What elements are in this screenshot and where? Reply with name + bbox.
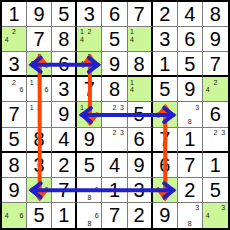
candidate-mark-2: 2	[86, 103, 93, 110]
cell-r5c4[interactable]: 124	[77, 102, 102, 127]
cell-r5c6[interactable]: 5	[128, 102, 153, 127]
candidate-mark-4: 4	[28, 60, 35, 67]
cell-r6c2[interactable]: 8	[27, 128, 52, 153]
cell-r1c4[interactable]: 3	[77, 2, 102, 27]
cell-r8c8[interactable]: 2	[178, 178, 203, 203]
candidate-mark-8: 8	[186, 219, 193, 227]
candidate-grid: 68	[77, 203, 101, 228]
cell-value: 5	[8, 129, 19, 149]
cell-value: 9	[8, 180, 19, 200]
candidate-mark-6: 6	[93, 186, 100, 193]
cell-value: 8	[134, 54, 145, 74]
candidate-mark-2: 2	[111, 129, 118, 136]
candidate-mark-4: 4	[154, 186, 161, 193]
cell-r8c3[interactable]: 7	[52, 178, 77, 203]
cell-value: 3	[159, 29, 170, 49]
cell-value: 6	[134, 129, 145, 149]
cell-r2c1[interactable]: 24	[2, 27, 27, 52]
cell-r1c2[interactable]: 9	[27, 2, 52, 27]
cell-value: 6	[159, 155, 170, 175]
cell-value: 9	[109, 54, 120, 74]
cell-value: 3	[8, 54, 19, 74]
cell-value: 5	[134, 104, 145, 124]
candidate-mark-6: 6	[43, 186, 50, 193]
cell-r6c6[interactable]: 6	[128, 128, 153, 153]
cell-r9c4[interactable]: 68	[77, 203, 102, 228]
cell-r7c8[interactable]: 7	[178, 153, 203, 178]
cell-r2c6[interactable]: 14	[128, 27, 153, 52]
candidate-mark-1: 1	[78, 103, 85, 110]
candidate-grid: 48	[153, 178, 177, 202]
cell-value: 7	[184, 155, 195, 175]
cell-r5c8[interactable]: 38	[178, 102, 203, 127]
cell-r4c4[interactable]: 7	[77, 77, 102, 102]
cell-value: 7	[159, 129, 170, 149]
cell-r9c5[interactable]: 7	[102, 203, 127, 228]
cell-r1c5[interactable]: 6	[102, 2, 127, 27]
cell-r8c5[interactable]: 1	[102, 178, 127, 203]
candidate-mark-8: 8	[161, 194, 168, 201]
candidate-mark-2: 2	[212, 78, 220, 85]
candidate-mark-1: 1	[129, 28, 136, 35]
cell-value: 7	[34, 29, 45, 49]
candidate-grid: 124	[77, 27, 101, 51]
cell-value: 4	[109, 155, 120, 175]
cell-r5c5[interactable]: 23	[102, 102, 127, 127]
cell-r6c5[interactable]: 23	[102, 128, 127, 153]
cell-r2c3[interactable]: 8	[52, 27, 77, 52]
cell-r4c2[interactable]: 126	[27, 77, 52, 102]
cell-value: 3	[58, 79, 69, 99]
candidate-grid: 38	[178, 102, 202, 126]
cell-value: 4	[184, 4, 195, 24]
cell-r9c3[interactable]: 1	[52, 203, 77, 228]
cell-value: 5	[184, 54, 195, 74]
cell-r7c7[interactable]: 6	[153, 153, 178, 178]
cell-r3c9[interactable]: 7	[203, 52, 228, 77]
candidate-mark-3: 3	[194, 204, 201, 212]
cell-r5c1[interactable]: 7	[2, 102, 27, 127]
candidate-mark-8: 8	[186, 118, 193, 125]
candidate-grid: 23	[203, 128, 228, 151]
sudoku-board: 1953672482478124514369324624981572612637…	[0, 0, 230, 230]
candidate-mark-1: 1	[28, 103, 35, 110]
candidate-mark-2: 2	[35, 103, 42, 110]
cell-value: 1	[184, 129, 195, 149]
cell-r4c7[interactable]: 5	[153, 77, 178, 102]
cell-value: 1	[8, 4, 19, 24]
cell-r6c9[interactable]: 23	[203, 128, 228, 153]
candidate-mark-2: 2	[35, 78, 42, 85]
cell-r6c8[interactable]: 1	[178, 128, 203, 153]
candidate-grid: 12	[27, 102, 51, 126]
cell-value: 5	[34, 205, 45, 225]
cell-value: 9	[34, 4, 45, 24]
cell-value: 3	[134, 180, 145, 200]
candidate-mark-6: 6	[18, 212, 25, 220]
cell-value: 9	[159, 205, 170, 225]
cell-r6c1[interactable]: 5	[2, 128, 27, 153]
cell-value: 2	[58, 155, 69, 175]
cell-r8c6[interactable]: 3	[128, 178, 153, 203]
candidate-mark-3: 3	[219, 204, 227, 212]
cell-r5c7[interactable]: 48	[153, 102, 178, 127]
candidate-mark-8: 8	[86, 194, 93, 201]
cell-r3c4[interactable]: 24	[77, 52, 102, 77]
cell-value: 4	[58, 129, 69, 149]
candidate-mark-6: 6	[93, 212, 100, 220]
cell-r3c6[interactable]: 8	[128, 52, 153, 77]
cell-r3c3[interactable]: 6	[52, 52, 77, 77]
cell-value: 7	[58, 180, 69, 200]
cell-value: 5	[109, 29, 120, 49]
candidate-mark-4: 4	[129, 86, 136, 93]
candidate-mark-4: 4	[204, 212, 212, 220]
candidate-mark-4: 4	[129, 35, 136, 42]
cell-r9c2[interactable]: 5	[27, 203, 52, 228]
cell-r2c8[interactable]: 6	[178, 27, 203, 52]
cell-r2c7[interactable]: 3	[153, 27, 178, 52]
cell-r9c8[interactable]: 38	[178, 203, 203, 228]
candidate-mark-8: 8	[86, 219, 93, 227]
cell-value: 9	[58, 104, 69, 124]
cell-r8c1[interactable]: 9	[2, 178, 27, 203]
cell-r9c1[interactable]: 46	[2, 203, 27, 228]
candidate-mark-1: 1	[28, 78, 35, 85]
candidate-grid: 14	[128, 27, 151, 51]
cell-r7c5[interactable]: 4	[102, 153, 127, 178]
candidate-mark-1: 1	[129, 78, 136, 85]
cell-value: 7	[134, 4, 145, 24]
cell-r5c9[interactable]: 6	[203, 102, 228, 127]
cell-r3c8[interactable]: 5	[178, 52, 203, 77]
candidate-mark-2: 2	[10, 28, 17, 35]
candidate-mark-4: 4	[204, 86, 212, 93]
cell-r1c1[interactable]: 1	[2, 2, 27, 27]
candidate-grid: 24	[2, 27, 26, 51]
cell-r7c9[interactable]: 1	[203, 153, 228, 178]
cell-r6c7[interactable]: 7	[153, 128, 178, 153]
candidate-mark-4: 4	[3, 212, 10, 220]
candidate-mark-2: 2	[35, 53, 42, 60]
cell-value: 1	[58, 205, 69, 225]
candidate-grid: 126	[27, 77, 51, 101]
cell-r2c2[interactable]: 7	[27, 27, 52, 52]
cell-value: 5	[210, 180, 221, 200]
cell-value: 2	[184, 180, 195, 200]
cell-value: 1	[109, 180, 120, 200]
candidate-grid: 23	[102, 102, 126, 126]
cell-value: 5	[58, 4, 69, 24]
candidate-grid: 34	[203, 203, 228, 228]
cell-r3c1[interactable]: 3	[2, 52, 27, 77]
cell-value: 1	[210, 155, 221, 175]
cell-value: 7	[109, 205, 120, 225]
candidate-grid: 23	[102, 128, 126, 151]
candidate-grid: 46	[27, 178, 51, 202]
cell-r3c2[interactable]: 24	[27, 52, 52, 77]
candidate-mark-3: 3	[219, 129, 227, 136]
candidate-mark-6: 6	[18, 86, 25, 93]
cell-r6c4[interactable]: 9	[77, 128, 102, 153]
candidate-mark-4: 4	[78, 111, 85, 118]
candidate-mark-2: 2	[10, 78, 17, 85]
cell-r5c2[interactable]: 12	[27, 102, 52, 127]
candidate-grid: 24	[77, 52, 101, 75]
cell-value: 9	[210, 29, 221, 49]
cell-value: 6	[210, 104, 221, 124]
cell-value: 3	[34, 155, 45, 175]
cell-r9c7[interactable]: 9	[153, 203, 178, 228]
cell-r8c9[interactable]: 5	[203, 178, 228, 203]
cell-value: 1	[159, 54, 170, 74]
cell-r4c1[interactable]: 26	[2, 77, 27, 102]
candidate-mark-4: 4	[78, 35, 85, 42]
candidate-grid: 68	[77, 178, 101, 202]
candidate-mark-3: 3	[118, 129, 125, 136]
candidate-grid: 24	[27, 52, 51, 75]
cell-r9c9[interactable]: 34	[203, 203, 228, 228]
cell-value: 9	[134, 155, 145, 175]
candidate-mark-8: 8	[161, 118, 168, 125]
candidate-mark-3: 3	[194, 103, 201, 110]
cell-r2c4[interactable]: 124	[77, 27, 102, 52]
cell-r5c3[interactable]: 9	[52, 102, 77, 127]
cell-r4c3[interactable]: 3	[52, 77, 77, 102]
cell-r4c6[interactable]: 14	[128, 77, 153, 102]
candidate-mark-6: 6	[43, 86, 50, 93]
candidate-mark-4: 4	[28, 186, 35, 193]
cell-r1c9[interactable]: 8	[203, 2, 228, 27]
cell-value: 7	[210, 54, 221, 74]
candidate-mark-2: 2	[111, 103, 118, 110]
cell-r1c3[interactable]: 5	[52, 2, 77, 27]
candidate-mark-4: 4	[154, 111, 161, 118]
cell-value: 2	[159, 4, 170, 24]
cell-r9c6[interactable]: 2	[128, 203, 153, 228]
cell-r7c2[interactable]: 3	[27, 153, 52, 178]
cell-value: 8	[210, 4, 221, 24]
candidate-mark-2: 2	[86, 28, 93, 35]
candidate-grid: 46	[2, 203, 26, 228]
cell-r8c4[interactable]: 68	[77, 178, 102, 203]
candidate-grid: 24	[203, 77, 228, 101]
cell-value: 7	[8, 104, 19, 124]
cell-r4c8[interactable]: 9	[178, 77, 203, 102]
candidate-mark-4: 4	[3, 35, 10, 42]
cell-value: 8	[34, 129, 45, 149]
cell-r8c2[interactable]: 46	[27, 178, 52, 203]
cell-value: 8	[8, 155, 19, 175]
cell-r1c8[interactable]: 4	[178, 2, 203, 27]
cell-r3c7[interactable]: 1	[153, 52, 178, 77]
cell-value: 3	[84, 4, 95, 24]
candidate-grid: 124	[77, 102, 101, 126]
candidate-grid: 48	[153, 102, 177, 126]
candidate-mark-2: 2	[212, 129, 220, 136]
candidate-mark-3: 3	[118, 103, 125, 110]
cell-value: 6	[58, 54, 69, 74]
cell-r1c7[interactable]: 2	[153, 2, 178, 27]
cell-value: 9	[184, 79, 195, 99]
cell-value: 5	[84, 155, 95, 175]
candidate-grid: 14	[128, 77, 151, 101]
cell-value: 8	[58, 29, 69, 49]
cell-r7c3[interactable]: 2	[52, 153, 77, 178]
cell-value: 2	[134, 205, 145, 225]
candidate-grid: 26	[2, 77, 26, 101]
cell-value: 5	[159, 79, 170, 99]
candidate-mark-4: 4	[78, 60, 85, 67]
cell-r7c4[interactable]: 5	[77, 153, 102, 178]
cell-value: 8	[109, 79, 120, 99]
cell-r4c9[interactable]: 24	[203, 77, 228, 102]
cell-value: 7	[84, 79, 95, 99]
cell-r6c3[interactable]: 4	[52, 128, 77, 153]
cell-r3c5[interactable]: 9	[102, 52, 127, 77]
cell-value: 6	[184, 29, 195, 49]
cell-r8c7[interactable]: 48	[153, 178, 178, 203]
cell-value: 9	[84, 129, 95, 149]
cell-r2c9[interactable]: 9	[203, 27, 228, 52]
cell-r4c5[interactable]: 8	[102, 77, 127, 102]
cell-r7c6[interactable]: 9	[128, 153, 153, 178]
candidate-mark-1: 1	[78, 28, 85, 35]
cell-r7c1[interactable]: 8	[2, 153, 27, 178]
cell-r2c5[interactable]: 5	[102, 27, 127, 52]
cell-r1c6[interactable]: 7	[128, 2, 153, 27]
cell-value: 6	[109, 4, 120, 24]
candidate-grid: 38	[178, 203, 202, 228]
candidate-mark-2: 2	[86, 53, 93, 60]
